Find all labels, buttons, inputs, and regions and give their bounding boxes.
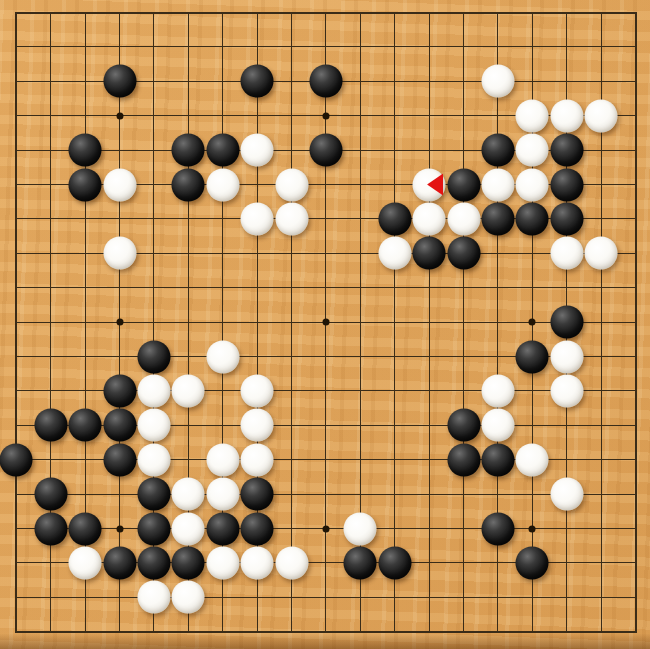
stone-black (516, 340, 549, 373)
grid-line-vertical (394, 12, 395, 633)
stone-white (172, 478, 205, 511)
stone-white (481, 409, 514, 442)
stone-white (447, 202, 480, 235)
stone-white (206, 478, 239, 511)
star-point (116, 112, 123, 119)
star-point (322, 112, 329, 119)
star-point (529, 525, 536, 532)
stone-white (550, 340, 583, 373)
stone-black (241, 65, 274, 98)
stone-white (516, 134, 549, 167)
stone-white (172, 512, 205, 545)
stone-black (34, 512, 67, 545)
stone-black (69, 409, 102, 442)
stone-white (172, 581, 205, 614)
stone-black (172, 546, 205, 579)
stone-white (241, 374, 274, 407)
stone-white (585, 237, 618, 270)
stone-white (137, 443, 170, 476)
stone-white (137, 409, 170, 442)
stone-black (69, 512, 102, 545)
stone-black (550, 168, 583, 201)
stone-black (344, 546, 377, 579)
stone-white (275, 546, 308, 579)
stone-white (275, 168, 308, 201)
stone-white (585, 99, 618, 132)
stone-black (447, 237, 480, 270)
stone-black (137, 478, 170, 511)
stone-black (516, 202, 549, 235)
grid-line-vertical (635, 12, 637, 633)
stone-black (481, 202, 514, 235)
stone-black (309, 65, 342, 98)
stone-black (481, 443, 514, 476)
stone-black (69, 168, 102, 201)
star-point (322, 319, 329, 326)
stone-black (103, 546, 136, 579)
grid-line-horizontal (15, 631, 636, 633)
stone-black (550, 306, 583, 339)
stone-white (378, 237, 411, 270)
stone-white (481, 374, 514, 407)
stone-black (447, 409, 480, 442)
stone-white (103, 237, 136, 270)
stone-white (69, 546, 102, 579)
stone-black (481, 134, 514, 167)
stone-black (206, 134, 239, 167)
stone-white (516, 443, 549, 476)
stone-black (69, 134, 102, 167)
stone-white (206, 340, 239, 373)
star-point (322, 525, 329, 532)
stone-white (206, 546, 239, 579)
stone-white (137, 374, 170, 407)
stone-black (550, 202, 583, 235)
stone-black (378, 546, 411, 579)
stone-white (481, 65, 514, 98)
stone-white (241, 409, 274, 442)
stone-black (241, 478, 274, 511)
grid-line-horizontal (15, 597, 636, 598)
grid-line-vertical (429, 12, 430, 633)
grid-line-vertical (463, 12, 464, 633)
stone-black (137, 512, 170, 545)
stone-white (550, 478, 583, 511)
stone-white (172, 374, 205, 407)
stone-black (413, 237, 446, 270)
stone-white (137, 581, 170, 614)
star-point (529, 319, 536, 326)
star-point (116, 319, 123, 326)
stone-black (103, 409, 136, 442)
stone-white (550, 374, 583, 407)
stone-white (241, 134, 274, 167)
stone-white (241, 443, 274, 476)
stone-black (137, 340, 170, 373)
stone-white (413, 202, 446, 235)
stone-white (550, 237, 583, 270)
stone-black (447, 443, 480, 476)
stone-black (34, 478, 67, 511)
stone-black (103, 443, 136, 476)
stone-white (516, 99, 549, 132)
stone-black (516, 546, 549, 579)
stone-white (344, 512, 377, 545)
stone-black (447, 168, 480, 201)
stone-white (275, 202, 308, 235)
stone-black (172, 168, 205, 201)
stone-black (378, 202, 411, 235)
stone-black (34, 409, 67, 442)
stone-white (241, 546, 274, 579)
grid-line-horizontal (15, 494, 636, 495)
stone-black (137, 546, 170, 579)
stone-black (172, 134, 205, 167)
star-point (116, 525, 123, 532)
stone-black (481, 512, 514, 545)
stone-black (550, 134, 583, 167)
stone-black (103, 65, 136, 98)
stone-black (241, 512, 274, 545)
stone-white (516, 168, 549, 201)
stone-black (309, 134, 342, 167)
stone-black (0, 443, 33, 476)
stone-white (206, 443, 239, 476)
stone-white (103, 168, 136, 201)
go-board[interactable] (0, 0, 650, 649)
stone-white (481, 168, 514, 201)
stone-white (241, 202, 274, 235)
stone-black (206, 512, 239, 545)
stone-black (103, 374, 136, 407)
stone-white (206, 168, 239, 201)
stone-white (550, 99, 583, 132)
